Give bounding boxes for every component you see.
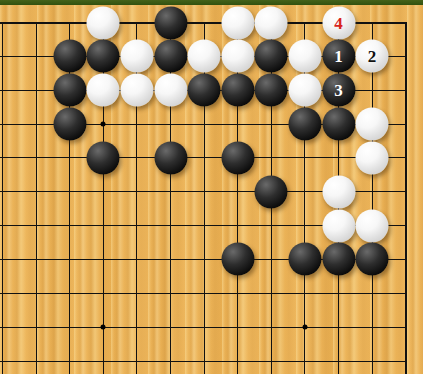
move-number-4: 4 (334, 14, 343, 31)
star-point (101, 325, 106, 330)
go-diagram: 4123 (0, 0, 423, 374)
stone-black-M19[interactable] (154, 6, 187, 39)
stone-black-O17[interactable] (221, 74, 254, 107)
move-number-2: 2 (368, 48, 377, 65)
stone-black-N17[interactable] (188, 74, 221, 107)
stone-white-M17[interactable] (154, 74, 187, 107)
stone-white-S16[interactable] (356, 108, 389, 141)
stone-black-Q16[interactable] (288, 108, 321, 141)
table-edge-strip (0, 0, 423, 5)
move-number-3: 3 (334, 82, 343, 99)
grid-line-vertical (36, 22, 37, 374)
stone-black-M18[interactable] (154, 40, 187, 73)
move-number-1: 1 (334, 48, 343, 65)
stone-white-R14[interactable] (322, 175, 355, 208)
board-edge-line-right (405, 22, 407, 374)
stone-white-Q18[interactable] (288, 40, 321, 73)
stone-black-R16[interactable] (322, 108, 355, 141)
stone-white-K17[interactable] (87, 74, 120, 107)
stone-white-R13[interactable] (322, 209, 355, 242)
stone-black-S12[interactable] (356, 243, 389, 276)
grid-line-horizontal (0, 293, 407, 294)
stone-black-R12[interactable] (322, 243, 355, 276)
star-point (101, 122, 106, 127)
stone-white-S18[interactable]: 2 (356, 40, 389, 73)
stone-black-M15[interactable] (154, 141, 187, 174)
grid-line-horizontal (0, 361, 407, 362)
stone-black-J17[interactable] (53, 74, 86, 107)
stone-white-L18[interactable] (120, 40, 153, 73)
grid-line-vertical (372, 22, 373, 374)
stone-black-O15[interactable] (221, 141, 254, 174)
stone-black-K18[interactable] (87, 40, 120, 73)
stone-black-J18[interactable] (53, 40, 86, 73)
stone-black-P17[interactable] (255, 74, 288, 107)
stone-white-S13[interactable] (356, 209, 389, 242)
stone-white-L17[interactable] (120, 74, 153, 107)
stone-white-O19[interactable] (221, 6, 254, 39)
star-point (302, 325, 307, 330)
stone-black-Q12[interactable] (288, 243, 321, 276)
stone-black-J16[interactable] (53, 108, 86, 141)
stone-black-K15[interactable] (87, 141, 120, 174)
stone-white-Q17[interactable] (288, 74, 321, 107)
stone-white-O18[interactable] (221, 40, 254, 73)
stone-white-P19[interactable] (255, 6, 288, 39)
stone-black-P18[interactable] (255, 40, 288, 73)
stone-black-P14[interactable] (255, 175, 288, 208)
stone-black-O12[interactable] (221, 243, 254, 276)
stone-white-K19[interactable] (87, 6, 120, 39)
grid-line-horizontal (0, 157, 407, 158)
stone-black-R18[interactable]: 1 (322, 40, 355, 73)
stone-white-R19[interactable]: 4 (322, 6, 355, 39)
grid-line-vertical (2, 22, 3, 374)
stone-white-S15[interactable] (356, 141, 389, 174)
grid-line-horizontal (0, 327, 407, 328)
stone-black-R17[interactable]: 3 (322, 74, 355, 107)
stone-white-N18[interactable] (188, 40, 221, 73)
